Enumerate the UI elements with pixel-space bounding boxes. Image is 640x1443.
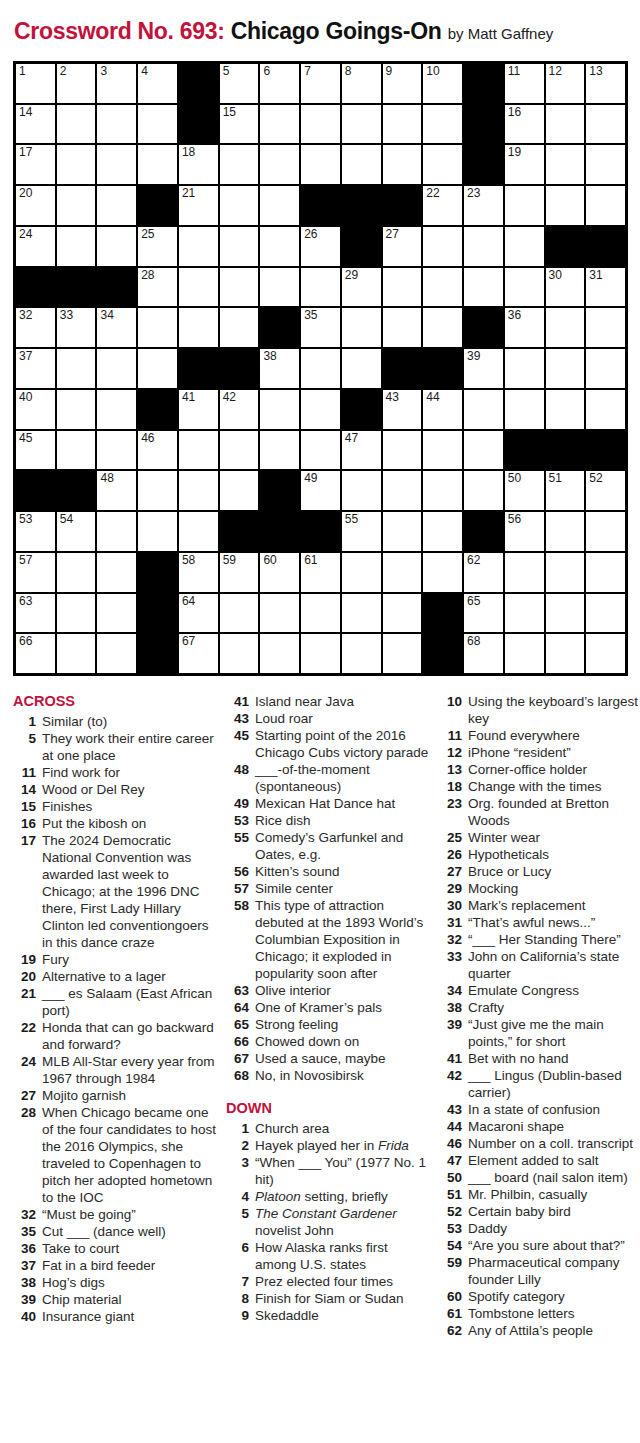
grid-cell[interactable] xyxy=(97,553,136,592)
across-clue-16[interactable]: 16Put the kibosh on xyxy=(13,815,217,832)
down-clue-11[interactable]: 11Found everywhere xyxy=(439,727,640,744)
grid-cell[interactable]: 61 xyxy=(301,553,340,592)
grid-cell[interactable] xyxy=(505,594,544,633)
black-square xyxy=(138,186,177,225)
grid-cell[interactable]: 10 xyxy=(423,64,462,103)
grid-cell[interactable] xyxy=(179,512,218,551)
grid-cell[interactable]: 66 xyxy=(16,634,55,673)
down-clue-51[interactable]: 51Mr. Philbin, casually xyxy=(439,1186,640,1203)
crossword-grid[interactable]: 1234567891011121314151617181920212223242… xyxy=(13,61,628,676)
grid-cell[interactable] xyxy=(138,512,177,551)
grid-cell[interactable] xyxy=(423,553,462,592)
grid-cell[interactable]: 14 xyxy=(16,105,55,144)
down-clue-13[interactable]: 13Corner-office holder xyxy=(439,761,640,778)
grid-cell[interactable]: 55 xyxy=(342,512,381,551)
down-clue-2[interactable]: 2Hayek played her in Frida xyxy=(226,1137,430,1154)
grid-cell[interactable] xyxy=(97,634,136,673)
down-clue-43[interactable]: 43In a state of confusion xyxy=(439,1101,640,1118)
grid-cell[interactable]: 42 xyxy=(220,390,259,429)
black-square xyxy=(423,594,462,633)
grid-cell[interactable] xyxy=(342,308,381,347)
grid-cell[interactable] xyxy=(138,105,177,144)
grid-cell[interactable]: 59 xyxy=(220,553,259,592)
down-clue-9[interactable]: 9Skedaddle xyxy=(226,1307,430,1324)
grid-cell[interactable] xyxy=(57,105,96,144)
grid-cell[interactable] xyxy=(383,268,422,307)
grid-cell[interactable] xyxy=(138,308,177,347)
grid-cell[interactable]: 1 xyxy=(16,64,55,103)
grid-cell[interactable]: 41 xyxy=(179,390,218,429)
grid-cell[interactable]: 26 xyxy=(301,227,340,266)
across-clue-49[interactable]: 49Mexican Hat Dance hat xyxy=(226,795,430,812)
clue-number: 1 xyxy=(13,713,36,730)
grid-cell[interactable] xyxy=(546,105,585,144)
grid-cell[interactable] xyxy=(179,308,218,347)
grid-cell[interactable]: 49 xyxy=(301,471,340,510)
across-clue-39[interactable]: 39Chip material xyxy=(13,1291,217,1308)
cell-number: 17 xyxy=(19,146,32,159)
cell-number: 45 xyxy=(19,432,32,445)
grid-cell[interactable] xyxy=(505,553,544,592)
grid-cell[interactable] xyxy=(383,594,422,633)
grid-cell[interactable] xyxy=(301,390,340,429)
grid-cell[interactable] xyxy=(383,145,422,184)
grid-cell[interactable] xyxy=(586,634,625,673)
across-clue-22[interactable]: 22Honda that can go backward and forward… xyxy=(13,1019,217,1053)
down-clue-30[interactable]: 30Mark’s replacement xyxy=(439,897,640,914)
clue-number: 25 xyxy=(439,829,462,846)
grid-cell[interactable] xyxy=(383,105,422,144)
across-clue-67[interactable]: 67Used a sauce, maybe xyxy=(226,1050,430,1067)
grid-cell[interactable] xyxy=(260,227,299,266)
grid-cell[interactable]: 39 xyxy=(464,349,503,388)
grid-cell[interactable]: 68 xyxy=(464,634,503,673)
grid-cell[interactable] xyxy=(546,390,585,429)
across-clue-19[interactable]: 19Fury xyxy=(13,951,217,968)
grid-cell[interactable]: 51 xyxy=(546,471,585,510)
grid-cell[interactable] xyxy=(423,471,462,510)
down-clue-59[interactable]: 59Pharmaceutical company founder Lilly xyxy=(439,1254,640,1288)
grid-cell[interactable]: 8 xyxy=(342,64,381,103)
across-clue-40[interactable]: 40Insurance giant xyxy=(13,1308,217,1325)
grid-cell[interactable]: 47 xyxy=(342,431,381,470)
across-clue-41[interactable]: 41Island near Java xyxy=(226,693,430,710)
grid-cell[interactable] xyxy=(260,594,299,633)
grid-cell[interactable] xyxy=(57,431,96,470)
grid-cell[interactable]: 17 xyxy=(16,145,55,184)
grid-cell[interactable]: 18 xyxy=(179,145,218,184)
clue-text: Starting point of the 2016 Chicago Cubs … xyxy=(255,727,430,761)
down-clue-8[interactable]: 8Finish for Siam or Sudan xyxy=(226,1290,430,1307)
grid-cell[interactable]: 5 xyxy=(220,64,259,103)
grid-cell[interactable] xyxy=(57,594,96,633)
grid-cell[interactable] xyxy=(301,634,340,673)
grid-cell[interactable]: 46 xyxy=(138,431,177,470)
across-clue-11[interactable]: 11Find work for xyxy=(13,764,217,781)
grid-cell[interactable] xyxy=(179,268,218,307)
grid-cell[interactable] xyxy=(383,471,422,510)
clue-text: ___-of-the-moment (spontaneous) xyxy=(255,761,430,795)
across-clue-37[interactable]: 37Fat in a bird feeder xyxy=(13,1257,217,1274)
down-clue-52[interactable]: 52Certain baby bird xyxy=(439,1203,640,1220)
across-clue-56[interactable]: 56Kitten’s sound xyxy=(226,863,430,880)
grid-cell[interactable] xyxy=(586,308,625,347)
grid-cell[interactable] xyxy=(57,553,96,592)
grid-cell[interactable] xyxy=(505,227,544,266)
grid-cell[interactable] xyxy=(423,512,462,551)
crossword-number: Crossword No. 693: xyxy=(14,18,225,44)
grid-cell[interactable] xyxy=(179,431,218,470)
grid-cell[interactable] xyxy=(97,227,136,266)
grid-cell[interactable] xyxy=(586,105,625,144)
grid-cell[interactable]: 38 xyxy=(260,349,299,388)
grid-cell[interactable] xyxy=(546,512,585,551)
grid-cell[interactable] xyxy=(586,553,625,592)
down-clue-23[interactable]: 23Org. founded at Bretton Woods xyxy=(439,795,640,829)
grid-cell[interactable]: 44 xyxy=(423,390,462,429)
down-clue-39[interactable]: 39“Just give me the main points,” for sh… xyxy=(439,1016,640,1050)
crossword-page: Crossword No. 693: Chicago Goings-On by … xyxy=(0,0,640,1349)
down-clue-25[interactable]: 25Winter wear xyxy=(439,829,640,846)
grid-cell[interactable]: 4 xyxy=(138,64,177,103)
grid-cell[interactable] xyxy=(586,594,625,633)
grid-cell[interactable] xyxy=(505,390,544,429)
clue-number: 15 xyxy=(13,798,36,815)
grid-cell[interactable] xyxy=(97,431,136,470)
grid-cell[interactable] xyxy=(301,105,340,144)
down-clue-10[interactable]: 10Using the keyboard’s largest key xyxy=(439,693,640,727)
grid-cell[interactable]: 48 xyxy=(97,471,136,510)
grid-cell[interactable] xyxy=(260,634,299,673)
across-clue-65[interactable]: 65Strong feeling xyxy=(226,1016,430,1033)
grid-cell[interactable] xyxy=(220,634,259,673)
across-clue-32[interactable]: 32“Must be going” xyxy=(13,1206,217,1223)
clue-text: Cut ___ (dance well) xyxy=(42,1223,217,1240)
grid-cell[interactable] xyxy=(342,105,381,144)
black-square xyxy=(301,186,340,225)
grid-cell[interactable]: 64 xyxy=(179,594,218,633)
grid-cell[interactable] xyxy=(505,634,544,673)
grid-cell[interactable] xyxy=(97,105,136,144)
down-clue-42[interactable]: 42___ Lingus (Dublin-based carrier) xyxy=(439,1067,640,1101)
grid-cell[interactable] xyxy=(260,268,299,307)
down-clue-1[interactable]: 1Church area xyxy=(226,1120,430,1137)
clue-number: 2 xyxy=(226,1137,249,1154)
grid-cell[interactable] xyxy=(220,471,259,510)
grid-cell[interactable] xyxy=(383,431,422,470)
grid-cell[interactable]: 36 xyxy=(505,308,544,347)
grid-cell[interactable] xyxy=(423,431,462,470)
across-clue-53[interactable]: 53Rice dish xyxy=(226,812,430,829)
grid-cell[interactable] xyxy=(383,553,422,592)
cell-number: 63 xyxy=(19,595,32,608)
grid-cell[interactable] xyxy=(97,512,136,551)
grid-cell[interactable]: 37 xyxy=(16,349,55,388)
grid-cell[interactable]: 56 xyxy=(505,512,544,551)
grid-cell[interactable] xyxy=(464,471,503,510)
grid-cell[interactable] xyxy=(423,105,462,144)
grid-cell[interactable] xyxy=(342,145,381,184)
down-clue-47[interactable]: 47Element added to salt xyxy=(439,1152,640,1169)
across-clue-45[interactable]: 45Starting point of the 2016 Chicago Cub… xyxy=(226,727,430,761)
grid-cell[interactable] xyxy=(423,268,462,307)
grid-cell[interactable]: 45 xyxy=(16,431,55,470)
down-clue-62[interactable]: 62Any of Attila’s people xyxy=(439,1322,640,1339)
grid-cell[interactable] xyxy=(505,268,544,307)
grid-cell[interactable] xyxy=(586,349,625,388)
down-clue-54[interactable]: 54“Are you sure about that?” xyxy=(439,1237,640,1254)
grid-cell[interactable]: 6 xyxy=(260,64,299,103)
down-clue-53[interactable]: 53Daddy xyxy=(439,1220,640,1237)
down-clue-31[interactable]: 31“That’s awful news...” xyxy=(439,914,640,931)
grid-cell[interactable] xyxy=(586,390,625,429)
down-clue-32[interactable]: 32“___ Her Standing There” xyxy=(439,931,640,948)
grid-cell[interactable] xyxy=(464,227,503,266)
grid-cell[interactable]: 62 xyxy=(464,553,503,592)
down-clue-44[interactable]: 44Macaroni shape xyxy=(439,1118,640,1135)
grid-cell[interactable]: 67 xyxy=(179,634,218,673)
grid-cell[interactable] xyxy=(138,145,177,184)
down-clue-33[interactable]: 33John on California’s state quarter xyxy=(439,948,640,982)
clue-text: Tombstone letters xyxy=(468,1305,640,1322)
grid-cell[interactable] xyxy=(260,145,299,184)
across-clue-17[interactable]: 17The 2024 Democratic National Conventio… xyxy=(13,832,217,951)
down-clue-6[interactable]: 6How Alaska ranks first among U.S. state… xyxy=(226,1239,430,1273)
grid-cell[interactable] xyxy=(301,431,340,470)
grid-cell[interactable]: 30 xyxy=(546,268,585,307)
down-clue-3[interactable]: 3“When ___ You” (1977 No. 1 hit) xyxy=(226,1154,430,1188)
down-clue-12[interactable]: 12iPhone “resident” xyxy=(439,744,640,761)
across-clue-64[interactable]: 64One of Kramer’s pals xyxy=(226,999,430,1016)
grid-cell[interactable] xyxy=(260,390,299,429)
cell-number: 37 xyxy=(19,350,32,363)
grid-cell[interactable] xyxy=(301,268,340,307)
grid-cell[interactable] xyxy=(342,471,381,510)
grid-cell[interactable]: 25 xyxy=(138,227,177,266)
grid-cell[interactable] xyxy=(138,471,177,510)
grid-cell[interactable] xyxy=(97,390,136,429)
down-clue-38[interactable]: 38Crafty xyxy=(439,999,640,1016)
clue-number: 13 xyxy=(439,761,462,778)
grid-cell[interactable]: 7 xyxy=(301,64,340,103)
grid-cell[interactable] xyxy=(546,634,585,673)
grid-cell[interactable] xyxy=(97,145,136,184)
grid-cell[interactable]: 27 xyxy=(383,227,422,266)
grid-cell[interactable] xyxy=(220,268,259,307)
grid-cell[interactable]: 65 xyxy=(464,594,503,633)
grid-cell[interactable] xyxy=(423,227,462,266)
across-clue-38[interactable]: 38Hog’s digs xyxy=(13,1274,217,1291)
clue-text: Island near Java xyxy=(255,693,430,710)
grid-cell[interactable]: 11 xyxy=(505,64,544,103)
grid-cell[interactable] xyxy=(546,553,585,592)
grid-cell[interactable] xyxy=(586,145,625,184)
across-clue-68[interactable]: 68No, in Novosibirsk xyxy=(226,1067,430,1084)
across-clue-35[interactable]: 35Cut ___ (dance well) xyxy=(13,1223,217,1240)
down-clue-4[interactable]: 4Platoon setting, briefly xyxy=(226,1188,430,1205)
down-clue-29[interactable]: 29Mocking xyxy=(439,880,640,897)
grid-cell[interactable]: 54 xyxy=(57,512,96,551)
grid-cell[interactable]: 60 xyxy=(260,553,299,592)
grid-cell[interactable] xyxy=(423,145,462,184)
grid-cell[interactable] xyxy=(220,308,259,347)
clue-text: Find work for xyxy=(42,764,217,781)
grid-cell[interactable] xyxy=(57,349,96,388)
grid-cell[interactable]: 35 xyxy=(301,308,340,347)
grid-cell[interactable] xyxy=(505,349,544,388)
down-clue-46[interactable]: 46Number on a coll. transcript xyxy=(439,1135,640,1152)
across-clue-55[interactable]: 55Comedy’s Garfunkel and Oates, e.g. xyxy=(226,829,430,863)
cell-number: 20 xyxy=(19,187,32,200)
down-clue-34[interactable]: 34Emulate Congress xyxy=(439,982,640,999)
cell-number: 26 xyxy=(304,228,317,241)
grid-cell[interactable] xyxy=(383,634,422,673)
grid-cell[interactable] xyxy=(220,594,259,633)
grid-cell[interactable] xyxy=(546,308,585,347)
grid-cell[interactable] xyxy=(260,186,299,225)
across-clue-36[interactable]: 36Take to court xyxy=(13,1240,217,1257)
grid-cell[interactable]: 19 xyxy=(505,145,544,184)
grid-cell[interactable]: 28 xyxy=(138,268,177,307)
grid-cell[interactable]: 43 xyxy=(383,390,422,429)
grid-cell[interactable] xyxy=(546,186,585,225)
across-clue-27[interactable]: 27Mojito garnish xyxy=(13,1087,217,1104)
grid-cell[interactable]: 23 xyxy=(464,186,503,225)
grid-cell[interactable]: 58 xyxy=(179,553,218,592)
grid-cell[interactable]: 29 xyxy=(342,268,381,307)
grid-cell[interactable]: 53 xyxy=(16,512,55,551)
grid-cell[interactable]: 22 xyxy=(423,186,462,225)
grid-cell[interactable] xyxy=(57,186,96,225)
grid-cell[interactable] xyxy=(179,227,218,266)
grid-cell[interactable]: 32 xyxy=(16,308,55,347)
grid-cell[interactable] xyxy=(220,145,259,184)
grid-cell[interactable] xyxy=(301,349,340,388)
across-clue-48[interactable]: 48___-of-the-moment (spontaneous) xyxy=(226,761,430,795)
grid-cell[interactable]: 15 xyxy=(220,105,259,144)
across-clue-58[interactable]: 58This type of attraction debuted at the… xyxy=(226,897,430,982)
black-square xyxy=(383,186,422,225)
grid-cell[interactable] xyxy=(57,145,96,184)
across-clue-43[interactable]: 43Loud roar xyxy=(226,710,430,727)
grid-cell[interactable] xyxy=(546,349,585,388)
grid-cell[interactable] xyxy=(260,105,299,144)
down-clue-50[interactable]: 50___ board (nail salon item) xyxy=(439,1169,640,1186)
across-clue-20[interactable]: 20Alternative to a lager xyxy=(13,968,217,985)
grid-cell[interactable] xyxy=(220,227,259,266)
grid-cell[interactable]: 34 xyxy=(97,308,136,347)
clue-text: Put the kibosh on xyxy=(42,815,217,832)
across-clue-66[interactable]: 66Chowed down on xyxy=(226,1033,430,1050)
grid-cell[interactable]: 21 xyxy=(179,186,218,225)
grid-cell[interactable] xyxy=(342,553,381,592)
grid-cell[interactable] xyxy=(57,390,96,429)
grid-cell[interactable]: 33 xyxy=(57,308,96,347)
across-clue-5[interactable]: 5They work their entire career at one pl… xyxy=(13,730,217,764)
across-clue-63[interactable]: 63Olive interior xyxy=(226,982,430,999)
grid-cell[interactable] xyxy=(220,186,259,225)
grid-cell[interactable]: 3 xyxy=(97,64,136,103)
cell-number: 40 xyxy=(19,391,32,404)
grid-cell[interactable] xyxy=(301,594,340,633)
grid-cell[interactable]: 57 xyxy=(16,553,55,592)
grid-cell[interactable] xyxy=(546,594,585,633)
down-clue-60[interactable]: 60Spotify category xyxy=(439,1288,640,1305)
across-clue-21[interactable]: 21___ es Salaam (East African port) xyxy=(13,985,217,1019)
grid-cell[interactable] xyxy=(179,471,218,510)
grid-cell[interactable] xyxy=(342,349,381,388)
clue-text: iPhone “resident” xyxy=(468,744,640,761)
grid-cell[interactable]: 63 xyxy=(16,594,55,633)
grid-cell[interactable] xyxy=(342,594,381,633)
grid-cell[interactable] xyxy=(546,145,585,184)
grid-cell[interactable]: 13 xyxy=(586,64,625,103)
grid-cell[interactable]: 24 xyxy=(16,227,55,266)
grid-cell[interactable] xyxy=(220,431,259,470)
grid-cell[interactable] xyxy=(586,186,625,225)
cell-number: 58 xyxy=(182,554,195,567)
grid-cell[interactable] xyxy=(505,186,544,225)
grid-cell[interactable]: 31 xyxy=(586,268,625,307)
clue-number: 58 xyxy=(226,897,249,982)
grid-cell[interactable] xyxy=(57,634,96,673)
down-clue-27[interactable]: 27Bruce or Lucy xyxy=(439,863,640,880)
grid-cell[interactable]: 40 xyxy=(16,390,55,429)
grid-cell[interactable]: 20 xyxy=(16,186,55,225)
grid-cell[interactable]: 2 xyxy=(57,64,96,103)
cell-number: 60 xyxy=(263,554,276,567)
down-clue-7[interactable]: 7Prez elected four times xyxy=(226,1273,430,1290)
across-clue-24[interactable]: 24MLB All-Star every year from 1967 thro… xyxy=(13,1053,217,1087)
grid-cell[interactable] xyxy=(383,308,422,347)
grid-cell[interactable]: 12 xyxy=(546,64,585,103)
across-clue-1[interactable]: 1Similar (to) xyxy=(13,713,217,730)
grid-cell[interactable]: 16 xyxy=(505,105,544,144)
down-clue-61[interactable]: 61Tombstone letters xyxy=(439,1305,640,1322)
clue-text: Mr. Philbin, casually xyxy=(468,1186,640,1203)
grid-cell[interactable] xyxy=(383,512,422,551)
down-clue-5[interactable]: 5The Constant Gardener novelist John xyxy=(226,1205,430,1239)
grid-cell[interactable] xyxy=(342,634,381,673)
grid-cell[interactable] xyxy=(97,594,136,633)
across-clue-15[interactable]: 15Finishes xyxy=(13,798,217,815)
grid-cell[interactable] xyxy=(97,186,136,225)
page-title: Crossword No. 693: Chicago Goings-On by … xyxy=(14,18,630,45)
grid-cell[interactable] xyxy=(97,349,136,388)
grid-cell[interactable] xyxy=(301,145,340,184)
grid-cell[interactable] xyxy=(57,227,96,266)
grid-cell[interactable] xyxy=(260,431,299,470)
cell-number: 56 xyxy=(508,513,521,526)
clue-number: 51 xyxy=(439,1186,462,1203)
across-clue-28[interactable]: 28When Chicago became one of the four ca… xyxy=(13,1104,217,1206)
grid-cell[interactable]: 52 xyxy=(586,471,625,510)
across-clue-57[interactable]: 57Simile center xyxy=(226,880,430,897)
grid-cell[interactable] xyxy=(464,268,503,307)
down-clue-26[interactable]: 26Hypotheticals xyxy=(439,846,640,863)
across-clue-14[interactable]: 14Wood or Del Rey xyxy=(13,781,217,798)
grid-cell[interactable]: 50 xyxy=(505,471,544,510)
grid-cell[interactable] xyxy=(464,431,503,470)
grid-cell[interactable] xyxy=(138,349,177,388)
cell-number: 38 xyxy=(263,350,276,363)
grid-cell[interactable] xyxy=(464,390,503,429)
grid-cell[interactable] xyxy=(423,308,462,347)
grid-cell[interactable] xyxy=(586,512,625,551)
down-clue-41[interactable]: 41Bet with no hand xyxy=(439,1050,640,1067)
down-clue-18[interactable]: 18Change with the times xyxy=(439,778,640,795)
grid-cell[interactable]: 9 xyxy=(383,64,422,103)
